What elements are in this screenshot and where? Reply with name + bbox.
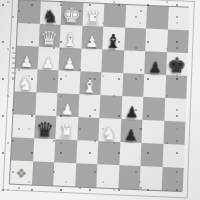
square-e8[interactable] — [103, 4, 125, 28]
black-king[interactable]: ♚ — [167, 55, 187, 77]
square-b1[interactable] — [31, 161, 54, 185]
chess-board: ♞♚♜♛♝♟♝♟♟♟♟♚♞♝♟♟♛♜♞♟❖ — [9, 0, 189, 192]
square-b4[interactable] — [35, 92, 58, 116]
square-a3[interactable] — [12, 114, 35, 138]
square-g6[interactable]: ♟ — [144, 51, 166, 75]
square-c5[interactable] — [57, 70, 79, 94]
square-h4[interactable] — [164, 98, 186, 122]
square-d6[interactable] — [80, 48, 102, 72]
square-g5[interactable] — [143, 74, 165, 98]
square-a5[interactable]: ♞ — [15, 68, 38, 92]
square-f6[interactable] — [123, 50, 145, 74]
square-c4[interactable]: ♟ — [56, 93, 79, 117]
square-g2[interactable] — [141, 143, 163, 167]
square-a6[interactable]: ♟ — [16, 46, 39, 70]
square-a1[interactable]: ❖ — [10, 160, 33, 184]
square-d7[interactable]: ♟ — [81, 26, 103, 50]
black-pawn[interactable]: ♟ — [124, 128, 138, 144]
white-knight[interactable]: ♞ — [101, 124, 118, 143]
square-f7[interactable] — [124, 28, 146, 52]
square-f1[interactable] — [118, 165, 141, 189]
square-g1[interactable] — [140, 166, 163, 190]
square-d2[interactable] — [76, 140, 99, 164]
square-f8[interactable] — [125, 5, 147, 29]
square-c3[interactable]: ♜ — [55, 116, 78, 140]
square-f2[interactable] — [119, 142, 142, 166]
square-e7[interactable]: ♝ — [102, 27, 124, 51]
square-c8[interactable]: ♚ — [61, 2, 83, 26]
square-g4[interactable] — [142, 97, 164, 121]
white-rook[interactable]: ♜ — [85, 9, 102, 27]
square-f3[interactable]: ♟ — [120, 119, 142, 143]
square-b5[interactable] — [36, 69, 59, 93]
square-h5[interactable] — [165, 75, 187, 99]
square-c1[interactable] — [53, 162, 76, 186]
board-photo: ♞♚♜♛♝♟♝♟♟♟♟♚♞♝♟♟♛♜♞♟❖ — [0, 0, 200, 200]
board-emblem-icon: ❖ — [15, 166, 27, 180]
square-g3[interactable] — [141, 120, 163, 144]
square-e1[interactable] — [96, 164, 119, 188]
square-h1[interactable] — [161, 167, 183, 191]
square-c2[interactable] — [54, 139, 77, 163]
square-b7[interactable]: ♛ — [38, 24, 60, 48]
white-king[interactable]: ♚ — [62, 5, 82, 26]
white-bishop[interactable]: ♝ — [81, 76, 99, 96]
black-pawn[interactable]: ♟ — [148, 60, 162, 75]
square-a4[interactable] — [13, 91, 36, 115]
square-h6[interactable]: ♚ — [166, 52, 188, 76]
square-e4[interactable] — [99, 95, 121, 119]
square-d4[interactable] — [78, 94, 101, 118]
square-f4[interactable]: ♟ — [121, 96, 143, 120]
square-g8[interactable] — [146, 6, 168, 30]
white-knight[interactable]: ♞ — [17, 75, 34, 94]
square-e2[interactable] — [97, 141, 120, 165]
white-rook[interactable]: ♜ — [58, 122, 75, 141]
square-h8[interactable] — [167, 7, 189, 31]
white-pawn[interactable]: ♟ — [20, 55, 34, 70]
square-c7[interactable]: ♝ — [60, 25, 82, 49]
white-pawn[interactable]: ♟ — [41, 56, 55, 71]
square-a8[interactable] — [18, 0, 40, 24]
square-e3[interactable]: ♞ — [98, 118, 121, 142]
black-knight[interactable]: ♞ — [42, 7, 59, 25]
square-f5[interactable] — [122, 73, 144, 97]
square-b8[interactable]: ♞ — [39, 1, 61, 25]
black-pawn[interactable]: ♟ — [125, 105, 139, 121]
square-h7[interactable] — [167, 29, 189, 53]
square-h3[interactable] — [163, 121, 185, 145]
square-d5[interactable]: ♝ — [79, 71, 101, 95]
white-pawn[interactable]: ♟ — [62, 57, 76, 72]
square-b3[interactable]: ♛ — [34, 115, 57, 139]
square-a7[interactable] — [17, 23, 39, 47]
black-queen[interactable]: ♛ — [35, 119, 54, 140]
square-d8[interactable]: ♜ — [82, 3, 104, 27]
square-a2[interactable] — [11, 137, 34, 161]
square-e5[interactable] — [100, 72, 122, 96]
square-h2[interactable] — [162, 144, 184, 168]
white-bishop[interactable]: ♝ — [62, 30, 80, 50]
white-queen[interactable]: ♛ — [40, 28, 59, 49]
square-g7[interactable] — [145, 29, 167, 53]
white-pawn[interactable]: ♟ — [60, 102, 74, 118]
square-d3[interactable] — [77, 117, 100, 141]
chess-board-scene: ♞♚♜♛♝♟♝♟♟♟♟♚♞♝♟♟♛♜♞♟❖ — [9, 0, 189, 190]
square-d1[interactable] — [75, 163, 98, 187]
white-pawn[interactable]: ♟ — [85, 35, 99, 50]
square-e6[interactable] — [101, 49, 123, 73]
black-bishop[interactable]: ♝ — [105, 32, 123, 52]
square-c6[interactable]: ♟ — [59, 48, 81, 72]
